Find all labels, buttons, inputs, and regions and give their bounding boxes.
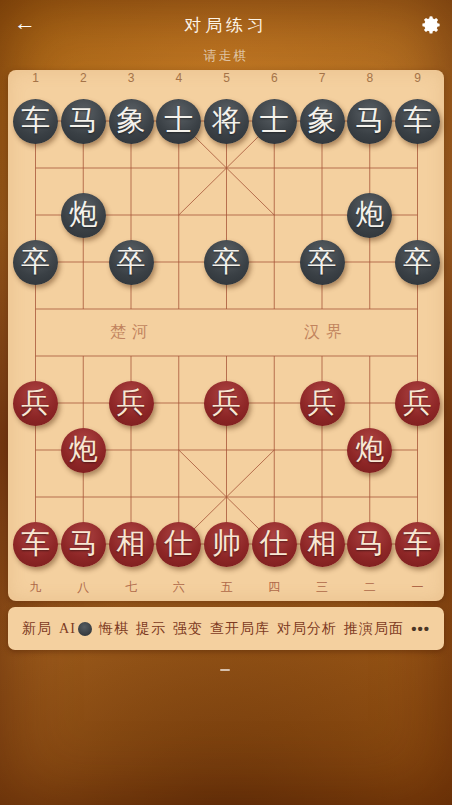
hint-button-label: 提示 — [136, 620, 166, 638]
header: ← 对局练习 — [0, 0, 452, 44]
file-label: 5 — [203, 71, 251, 85]
file-label: 4 — [155, 71, 203, 85]
opening-book-button[interactable]: 查开局库 — [210, 620, 270, 638]
piece-black-chariot[interactable]: 车 — [395, 99, 440, 144]
piece-black-advisor[interactable]: 士 — [156, 99, 201, 144]
replay-position-button-label: 推演局面 — [344, 620, 404, 638]
hint-button[interactable]: 提示 — [136, 620, 166, 638]
more-button-label: ••• — [411, 620, 430, 637]
piece-black-cannon[interactable]: 炮 — [347, 193, 392, 238]
ai-side-button[interactable]: AI — [59, 621, 92, 637]
file-label: 6 — [250, 71, 298, 85]
piece-black-soldier[interactable]: 卒 — [13, 240, 58, 285]
piece-red-soldier[interactable]: 兵 — [109, 381, 154, 426]
piece-black-soldier[interactable]: 卒 — [395, 240, 440, 285]
piece-red-chariot[interactable]: 车 — [13, 522, 58, 567]
piece-red-soldier[interactable]: 兵 — [395, 381, 440, 426]
bottom-toolbar: 新局AI悔棋提示强变查开局库对局分析推演局面••• — [8, 607, 444, 650]
piece-red-general[interactable]: 帅 — [204, 522, 249, 567]
new-game-button-label: 新局 — [22, 620, 52, 638]
piece-red-horse[interactable]: 马 — [347, 522, 392, 567]
settings-button[interactable] — [420, 14, 442, 36]
piece-red-cannon[interactable]: 炮 — [61, 428, 106, 473]
file-label: 三 — [298, 579, 346, 596]
undo-button[interactable]: 悔棋 — [99, 620, 129, 638]
file-label: 7 — [298, 71, 346, 85]
piece-red-elephant[interactable]: 相 — [300, 522, 345, 567]
ai-black-side-icon — [78, 622, 92, 636]
file-labels-top: 123456789 — [12, 71, 442, 85]
undo-button-label: 悔棋 — [99, 620, 129, 638]
piece-red-soldier[interactable]: 兵 — [300, 381, 345, 426]
drag-handle-dash — [220, 669, 230, 671]
file-label: 二 — [346, 579, 394, 596]
ai-side-button-label: AI — [59, 621, 76, 637]
file-label: 2 — [59, 71, 107, 85]
xiangqi-board[interactable]: 123456789 九八七六五四三二一 楚河 汉界 车马象士将士象马车炮炮卒卒卒… — [8, 70, 444, 601]
piece-grid: 车马象士将士象马车炮炮卒卒卒卒卒兵兵兵兵兵炮炮车马相仕帅仕相马车 — [12, 98, 442, 568]
piece-black-elephant[interactable]: 象 — [300, 99, 345, 144]
piece-black-advisor[interactable]: 士 — [252, 99, 297, 144]
replay-position-button[interactable]: 推演局面 — [344, 620, 404, 638]
piece-black-elephant[interactable]: 象 — [109, 99, 154, 144]
more-button[interactable]: ••• — [411, 620, 430, 637]
file-label: 七 — [107, 579, 155, 596]
page-title: 对局练习 — [0, 14, 452, 37]
file-label: 四 — [250, 579, 298, 596]
file-labels-bottom: 九八七六五四三二一 — [12, 579, 442, 596]
file-label: 9 — [394, 71, 442, 85]
status-text: 请走棋 — [0, 47, 452, 65]
piece-red-horse[interactable]: 马 — [61, 522, 106, 567]
piece-black-general[interactable]: 将 — [204, 99, 249, 144]
file-label: 一 — [394, 579, 442, 596]
opening-book-button-label: 查开局库 — [210, 620, 270, 638]
piece-black-horse[interactable]: 马 — [61, 99, 106, 144]
piece-red-soldier[interactable]: 兵 — [204, 381, 249, 426]
piece-black-horse[interactable]: 马 — [347, 99, 392, 144]
piece-red-chariot[interactable]: 车 — [395, 522, 440, 567]
file-label: 五 — [203, 579, 251, 596]
piece-black-soldier[interactable]: 卒 — [300, 240, 345, 285]
file-label: 八 — [59, 579, 107, 596]
game-analysis-button-label: 对局分析 — [277, 620, 337, 638]
piece-red-advisor[interactable]: 仕 — [252, 522, 297, 567]
piece-red-advisor[interactable]: 仕 — [156, 522, 201, 567]
piece-black-chariot[interactable]: 车 — [13, 99, 58, 144]
file-label: 九 — [12, 579, 60, 596]
new-game-button[interactable]: 新局 — [22, 620, 52, 638]
piece-black-soldier[interactable]: 卒 — [109, 240, 154, 285]
file-label: 8 — [346, 71, 394, 85]
gear-icon — [420, 14, 442, 36]
game-analysis-button[interactable]: 对局分析 — [277, 620, 337, 638]
file-label: 3 — [107, 71, 155, 85]
file-label: 六 — [155, 579, 203, 596]
force-variation-button-label: 强变 — [173, 620, 203, 638]
piece-red-soldier[interactable]: 兵 — [13, 381, 58, 426]
piece-red-elephant[interactable]: 相 — [109, 522, 154, 567]
piece-red-cannon[interactable]: 炮 — [347, 428, 392, 473]
force-variation-button[interactable]: 强变 — [173, 620, 203, 638]
file-label: 1 — [12, 71, 60, 85]
piece-black-soldier[interactable]: 卒 — [204, 240, 249, 285]
piece-black-cannon[interactable]: 炮 — [61, 193, 106, 238]
